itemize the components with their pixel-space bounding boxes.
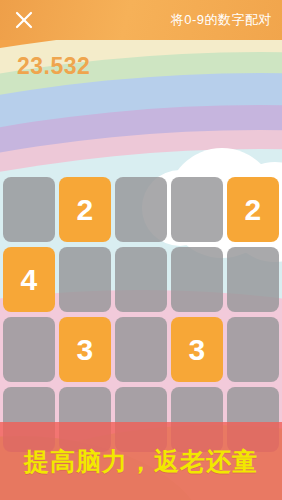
close-button[interactable] bbox=[12, 8, 36, 32]
tile-r2c1[interactable]: 4 bbox=[3, 247, 55, 312]
tile-r1c4[interactable] bbox=[171, 177, 223, 242]
ad-banner-text: 提高脑力，返老还童 bbox=[24, 445, 258, 478]
tile-r2c4[interactable] bbox=[171, 247, 223, 312]
tile-r2c5[interactable] bbox=[227, 247, 279, 312]
tile-r3c5[interactable] bbox=[227, 317, 279, 382]
close-icon bbox=[14, 10, 34, 30]
tile-r3c1[interactable] bbox=[3, 317, 55, 382]
tile-r1c1[interactable] bbox=[3, 177, 55, 242]
board-grid[interactable]: 22433 bbox=[3, 177, 279, 452]
tile-r3c4[interactable]: 3 bbox=[171, 317, 223, 382]
top-bar: 将0-9的数字配对 bbox=[0, 0, 282, 40]
tile-r2c2[interactable] bbox=[59, 247, 111, 312]
tile-r1c5[interactable]: 2 bbox=[227, 177, 279, 242]
tile-r1c3[interactable] bbox=[115, 177, 167, 242]
page-title: 将0-9的数字配对 bbox=[171, 11, 272, 29]
score-value: 23.532 bbox=[17, 53, 90, 80]
ad-banner[interactable]: 提高脑力，返老还童 bbox=[0, 422, 282, 500]
tile-r2c3[interactable] bbox=[115, 247, 167, 312]
tile-r1c2[interactable]: 2 bbox=[59, 177, 111, 242]
game-screen: 将0-9的数字配对 23.532 22433 提高脑力，返老还童 bbox=[0, 0, 282, 500]
tile-r3c3[interactable] bbox=[115, 317, 167, 382]
tile-r3c2[interactable]: 3 bbox=[59, 317, 111, 382]
